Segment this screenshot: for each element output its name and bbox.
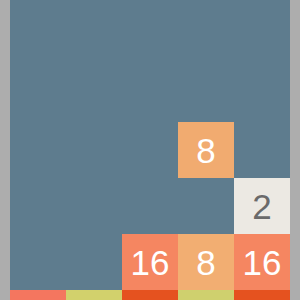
tile-16: 16 bbox=[122, 234, 178, 290]
app-frame: 8216816 bbox=[0, 0, 300, 300]
tile-cutoff bbox=[66, 290, 122, 300]
tile-cutoff bbox=[122, 290, 178, 300]
tile-8: 8 bbox=[178, 122, 234, 178]
tile-cutoff bbox=[234, 290, 290, 300]
game-board[interactable]: 8216816 bbox=[10, 0, 290, 300]
tile-2: 2 bbox=[234, 178, 290, 234]
tile-cutoff bbox=[10, 290, 66, 300]
tile-8: 8 bbox=[178, 234, 234, 290]
tile-16: 16 bbox=[234, 234, 290, 290]
tile-cutoff bbox=[178, 290, 234, 300]
